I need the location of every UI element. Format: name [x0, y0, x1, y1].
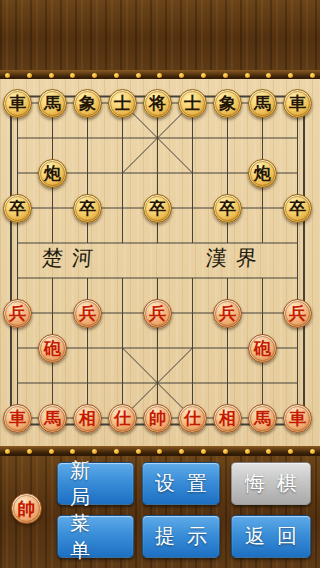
piece-black-馬-r0c7[interactable]: 馬 [248, 89, 277, 118]
stud-icon [157, 73, 162, 78]
settings-button[interactable]: 设置 [142, 462, 220, 505]
pieces-grid[interactable]: 車馬象士将士象馬車炮炮卒卒卒卒卒兵兵兵兵兵砲砲車馬相仕帥仕相馬車 [0, 86, 315, 436]
piece-red-兵-r6c2[interactable]: 兵 [73, 299, 102, 328]
stud-icon [5, 449, 10, 454]
stud-icon [157, 449, 162, 454]
undo-button[interactable]: 悔棋 [231, 462, 311, 505]
stud-icon [288, 73, 293, 78]
stud-icon [27, 73, 32, 78]
piece-black-炮-r2c1[interactable]: 炮 [38, 159, 67, 188]
piece-black-将-r0c4[interactable]: 将 [143, 89, 172, 118]
piece-red-仕-r9c3[interactable]: 仕 [108, 404, 137, 433]
stud-icon [310, 449, 315, 454]
piece-red-馬-r9c7[interactable]: 馬 [248, 404, 277, 433]
piece-black-車-r0c8[interactable]: 車 [283, 89, 312, 118]
stud-icon [70, 73, 75, 78]
stud-icon [92, 449, 97, 454]
stud-icon [223, 449, 228, 454]
piece-black-卒-r3c0[interactable]: 卒 [3, 194, 32, 223]
stud-icon [310, 73, 315, 78]
menu-button[interactable]: 菜单 [57, 515, 134, 558]
piece-red-兵-r6c8[interactable]: 兵 [283, 299, 312, 328]
piece-black-士-r0c3[interactable]: 士 [108, 89, 137, 118]
stud-icon [70, 449, 75, 454]
stud-icon [179, 449, 184, 454]
bottom-stud-strip [0, 446, 320, 456]
piece-black-卒-r3c8[interactable]: 卒 [283, 194, 312, 223]
piece-red-馬-r9c1[interactable]: 馬 [38, 404, 67, 433]
stud-icon [92, 73, 97, 78]
stud-icon [27, 449, 32, 454]
piece-black-卒-r3c4[interactable]: 卒 [143, 194, 172, 223]
piece-red-車-r9c8[interactable]: 車 [283, 404, 312, 433]
piece-black-卒-r3c6[interactable]: 卒 [213, 194, 242, 223]
xiangqi-board[interactable]: 楚河 漢界 車馬象士将士象馬車炮炮卒卒卒卒卒兵兵兵兵兵砲砲車馬相仕帥仕相馬車 [0, 79, 320, 446]
piece-black-卒-r3c2[interactable]: 卒 [73, 194, 102, 223]
piece-red-兵-r6c0[interactable]: 兵 [3, 299, 32, 328]
stud-icon [245, 73, 250, 78]
piece-red-帥-r9c4[interactable]: 帥 [143, 404, 172, 433]
piece-red-砲-r7c7[interactable]: 砲 [248, 334, 277, 363]
piece-red-車-r9c0[interactable]: 車 [3, 404, 32, 433]
piece-red-相-r9c6[interactable]: 相 [213, 404, 242, 433]
stud-icon [49, 449, 54, 454]
piece-black-炮-r2c7[interactable]: 炮 [248, 159, 277, 188]
xiangqi-app-screen: 楚河 漢界 車馬象士将士象馬車炮炮卒卒卒卒卒兵兵兵兵兵砲砲車馬相仕帥仕相馬車 帥… [0, 0, 320, 568]
new-game-button[interactable]: 新局 [57, 462, 134, 505]
piece-black-車-r0c0[interactable]: 車 [3, 89, 32, 118]
stud-icon [245, 449, 250, 454]
stud-icon [266, 73, 271, 78]
piece-red-砲-r7c1[interactable]: 砲 [38, 334, 67, 363]
stud-icon [114, 73, 119, 78]
piece-red-仕-r9c5[interactable]: 仕 [178, 404, 207, 433]
back-button[interactable]: 返回 [231, 515, 311, 558]
piece-red-相-r9c2[interactable]: 相 [73, 404, 102, 433]
stud-icon [179, 73, 184, 78]
piece-black-馬-r0c1[interactable]: 馬 [38, 89, 67, 118]
stud-icon [136, 449, 141, 454]
stud-icon [114, 449, 119, 454]
stud-icon [201, 449, 206, 454]
stud-icon [223, 73, 228, 78]
stud-icon [136, 73, 141, 78]
hint-button[interactable]: 提示 [142, 515, 220, 558]
stud-icon [49, 73, 54, 78]
turn-indicator-red-general-icon: 帥 [11, 493, 42, 524]
piece-red-兵-r6c4[interactable]: 兵 [143, 299, 172, 328]
stud-icon [288, 449, 293, 454]
stud-icon [266, 449, 271, 454]
piece-black-士-r0c5[interactable]: 士 [178, 89, 207, 118]
piece-black-象-r0c6[interactable]: 象 [213, 89, 242, 118]
stud-icon [5, 73, 10, 78]
top-wood-panel [0, 0, 320, 70]
piece-black-象-r0c2[interactable]: 象 [73, 89, 102, 118]
stud-icon [201, 73, 206, 78]
piece-red-兵-r6c6[interactable]: 兵 [213, 299, 242, 328]
